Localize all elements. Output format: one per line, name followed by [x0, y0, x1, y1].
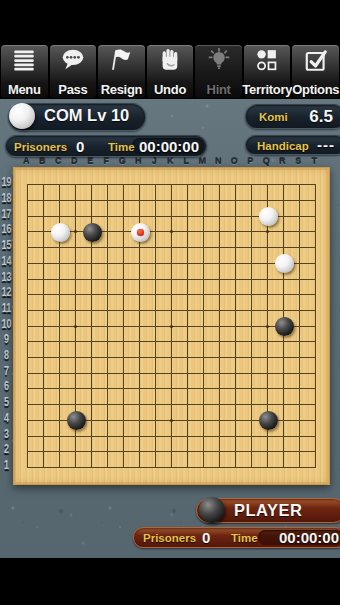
row-label: 16 — [1, 223, 12, 236]
row-label: 9 — [1, 333, 12, 346]
column-label: F — [98, 156, 114, 166]
opponent-time-label: Time — [108, 141, 135, 153]
column-label: C — [50, 156, 66, 166]
komi-value: 6.5 — [309, 107, 333, 127]
opponent-prisoners-label: Prisoners — [14, 141, 67, 153]
resign-label: Resign — [101, 82, 143, 97]
menu-button[interactable]: Menu — [1, 45, 48, 99]
row-label: 7 — [1, 364, 12, 377]
column-label: O — [226, 156, 242, 166]
player-name: PLAYER — [234, 501, 302, 520]
column-label: N — [210, 156, 226, 166]
row-label: 13 — [1, 270, 12, 283]
stone-black — [259, 411, 278, 430]
flag-icon — [108, 47, 134, 73]
column-label: L — [178, 156, 194, 166]
column-label: T — [306, 156, 322, 166]
stone-white — [131, 223, 150, 242]
stone-white — [51, 223, 70, 242]
pass-label: Pass — [58, 82, 87, 97]
options-label: Options — [292, 82, 339, 97]
opponent-prisoners-pill: Prisoners 0 Time 00:00:00 — [5, 135, 207, 157]
player-prisoners-value: 0 — [202, 529, 210, 546]
row-label: 8 — [1, 348, 12, 361]
row-label: 10 — [1, 317, 12, 330]
checkbox-icon — [303, 47, 329, 73]
territory-label: Territory — [242, 82, 292, 97]
row-label: 1 — [1, 458, 12, 471]
column-label: P — [242, 156, 258, 166]
player-prisoners-pill: Prisoners 0 Time 00:00:00 — [133, 527, 340, 548]
board-grid-line — [27, 467, 316, 468]
star-point — [74, 230, 77, 233]
bottom-bar — [0, 558, 340, 605]
row-label: 2 — [1, 442, 12, 455]
column-label: R — [274, 156, 290, 166]
row-label: 4 — [1, 411, 12, 424]
komi-label: Komi — [259, 111, 288, 123]
row-label: 14 — [1, 254, 12, 267]
star-point — [266, 325, 269, 328]
column-label: Q — [258, 156, 274, 166]
star-point — [170, 419, 173, 422]
territory-button[interactable]: Territory — [244, 45, 291, 99]
hint-label: Hint — [207, 82, 231, 97]
row-label: 18 — [1, 191, 12, 204]
column-label: H — [130, 156, 146, 166]
territory-icon — [254, 47, 280, 73]
star-point — [266, 230, 269, 233]
stone-black — [67, 411, 86, 430]
star-point — [170, 325, 173, 328]
options-button[interactable]: Options — [292, 45, 339, 99]
row-label: 6 — [1, 380, 12, 393]
board-grid-line — [27, 451, 316, 452]
lightbulb-icon — [206, 47, 232, 73]
hint-button[interactable]: Hint — [195, 45, 242, 99]
board-grid-line — [27, 436, 316, 437]
board-grid-line — [27, 388, 316, 389]
board-grid-line — [235, 184, 236, 468]
star-point — [74, 325, 77, 328]
stone-white — [259, 207, 278, 226]
row-label: 3 — [1, 427, 12, 440]
column-label: S — [290, 156, 306, 166]
board-grid-line — [203, 184, 204, 468]
resign-button[interactable]: Resign — [98, 45, 145, 99]
row-label: 15 — [1, 238, 12, 251]
column-label: D — [66, 156, 82, 166]
handicap-label: Handicap — [257, 140, 309, 152]
menu-label: Menu — [8, 82, 41, 97]
speech-bubble-icon — [60, 47, 86, 73]
player-prisoners-label: Prisoners — [143, 532, 196, 544]
undo-button[interactable]: Undo — [147, 45, 194, 99]
board-grid-line — [299, 184, 300, 468]
row-label: 19 — [1, 176, 12, 189]
row-label: 12 — [1, 285, 12, 298]
toolbar: Menu Pass Resign Undo Hint — [0, 45, 340, 99]
opponent-name: COM Lv 10 — [44, 106, 129, 125]
go-app-screen: Menu Pass Resign Undo Hint — [0, 0, 340, 605]
player-stone-icon — [199, 497, 225, 523]
pass-button[interactable]: Pass — [50, 45, 97, 99]
stone-white — [275, 254, 294, 273]
board-grid-line — [187, 184, 188, 468]
menu-icon — [11, 47, 37, 73]
board-grid-line — [219, 184, 220, 468]
board-grid-line — [315, 184, 316, 468]
board-grid-line — [27, 341, 316, 342]
handicap-pill: Handicap --- — [245, 135, 340, 155]
column-label: A — [18, 156, 34, 166]
komi-pill: Komi 6.5 — [245, 104, 340, 129]
hand-icon — [157, 47, 183, 73]
last-move-marker — [137, 229, 144, 236]
column-label: J — [146, 156, 162, 166]
go-board[interactable] — [13, 167, 330, 485]
row-label: 5 — [1, 395, 12, 408]
player-time-label: Time — [231, 532, 258, 544]
column-label: E — [82, 156, 98, 166]
board-grid-line — [27, 404, 316, 405]
handicap-value: --- — [317, 136, 335, 153]
star-point — [170, 230, 173, 233]
column-label: K — [162, 156, 178, 166]
stone-black — [83, 223, 102, 242]
row-label: 11 — [1, 301, 12, 314]
column-label: M — [194, 156, 210, 166]
status-bar — [0, 0, 340, 45]
player-time-value: 00:00:00 — [279, 529, 339, 546]
stone-black — [275, 317, 294, 336]
row-label: 17 — [1, 207, 12, 220]
board-grid-line — [251, 184, 252, 468]
board-grid-line — [27, 373, 316, 374]
undo-label: Undo — [154, 82, 186, 97]
opponent-stone-icon — [9, 103, 35, 129]
opponent-time-value: 00:00:00 — [139, 138, 199, 155]
column-label: G — [114, 156, 130, 166]
board-grid-line — [27, 357, 316, 358]
game-area: COM Lv 10 Komi 6.5 Prisoners 0 Time 00:0… — [0, 99, 340, 558]
opponent-prisoners-value: 0 — [76, 138, 84, 155]
column-label: B — [34, 156, 50, 166]
